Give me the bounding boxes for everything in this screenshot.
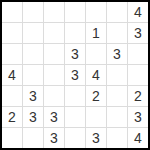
cell-r5c7-clue[interactable]: 2 <box>128 86 148 106</box>
cell-r4c7-empty[interactable] <box>128 65 148 85</box>
cell-r6c5-empty[interactable] <box>86 107 106 127</box>
cell-r2c3-empty[interactable] <box>44 23 64 43</box>
cell-r2c7-clue[interactable]: 3 <box>128 23 148 43</box>
cell-r5c2-clue[interactable]: 3 <box>23 86 43 106</box>
cell-r4c3-empty[interactable] <box>44 65 64 85</box>
cell-r1c3-empty[interactable] <box>44 2 64 22</box>
cell-r1c6-empty[interactable] <box>107 2 127 22</box>
cell-r2c1-empty[interactable] <box>2 23 22 43</box>
cell-r2c4-empty[interactable] <box>65 23 85 43</box>
cell-r3c2-empty[interactable] <box>23 44 43 64</box>
cell-r6c1-clue[interactable]: 2 <box>2 107 22 127</box>
cell-r1c4-empty[interactable] <box>65 2 85 22</box>
cell-r2c2-empty[interactable] <box>23 23 43 43</box>
cell-r1c2-empty[interactable] <box>23 2 43 22</box>
cell-r3c4-clue[interactable]: 3 <box>65 44 85 64</box>
cell-r3c1-empty[interactable] <box>2 44 22 64</box>
cell-r7c7-clue[interactable]: 4 <box>128 128 148 148</box>
cell-r5c5-clue[interactable]: 2 <box>86 86 106 106</box>
cell-r7c3-clue[interactable]: 3 <box>44 128 64 148</box>
cell-r7c2-empty[interactable] <box>23 128 43 148</box>
cell-r5c1-empty[interactable] <box>2 86 22 106</box>
cell-r3c3-empty[interactable] <box>44 44 64 64</box>
puzzle-grid: 413334343222333334 <box>0 0 150 150</box>
cell-r7c6-empty[interactable] <box>107 128 127 148</box>
cell-r4c6-empty[interactable] <box>107 65 127 85</box>
cell-r3c6-clue[interactable]: 3 <box>107 44 127 64</box>
cell-r4c5-clue[interactable]: 4 <box>86 65 106 85</box>
cell-r6c3-clue[interactable]: 3 <box>44 107 64 127</box>
cell-r4c1-clue[interactable]: 4 <box>2 65 22 85</box>
cell-r6c2-clue[interactable]: 3 <box>23 107 43 127</box>
cell-r1c5-empty[interactable] <box>86 2 106 22</box>
cell-r4c2-empty[interactable] <box>23 65 43 85</box>
cell-r5c4-empty[interactable] <box>65 86 85 106</box>
cell-r5c6-empty[interactable] <box>107 86 127 106</box>
cell-r7c4-empty[interactable] <box>65 128 85 148</box>
cell-r2c6-empty[interactable] <box>107 23 127 43</box>
cell-r4c4-clue[interactable]: 3 <box>65 65 85 85</box>
cell-r1c7-clue[interactable]: 4 <box>128 2 148 22</box>
cell-r7c5-clue[interactable]: 3 <box>86 128 106 148</box>
cell-r2c5-clue[interactable]: 1 <box>86 23 106 43</box>
cell-r5c3-empty[interactable] <box>44 86 64 106</box>
cell-r6c7-clue[interactable]: 3 <box>128 107 148 127</box>
cell-r6c4-empty[interactable] <box>65 107 85 127</box>
cell-r7c1-empty[interactable] <box>2 128 22 148</box>
cell-r6c6-empty[interactable] <box>107 107 127 127</box>
cell-r3c5-empty[interactable] <box>86 44 106 64</box>
cell-r1c1-empty[interactable] <box>2 2 22 22</box>
cell-r3c7-empty[interactable] <box>128 44 148 64</box>
